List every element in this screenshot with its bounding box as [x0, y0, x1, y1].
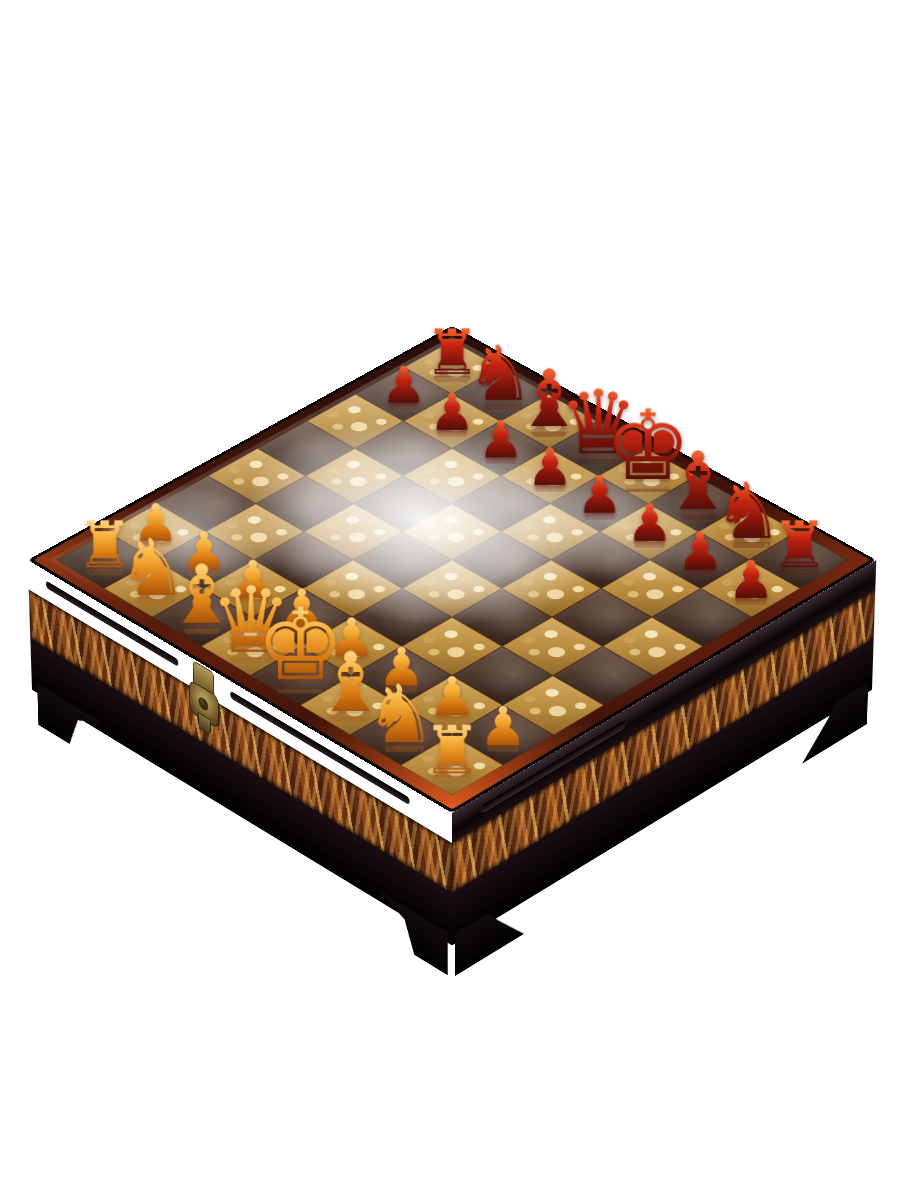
scene: ♜♞♝♛♚♝♞♜♟♟♟♟♟♟♟♟♟♟♟♟♟♟♟♟♜♞♝♛♚♝♞♜	[0, 0, 900, 1200]
product-photo: ♜♞♝♛♚♝♞♜♟♟♟♟♟♟♟♟♟♟♟♟♟♟♟♟♜♞♝♛♚♝♞♜	[0, 0, 900, 1200]
chess-board: ♜♞♝♛♚♝♞♜♟♟♟♟♟♟♟♟♟♟♟♟♟♟♟♟♜♞♝♛♚♝♞♜	[28, 326, 877, 813]
